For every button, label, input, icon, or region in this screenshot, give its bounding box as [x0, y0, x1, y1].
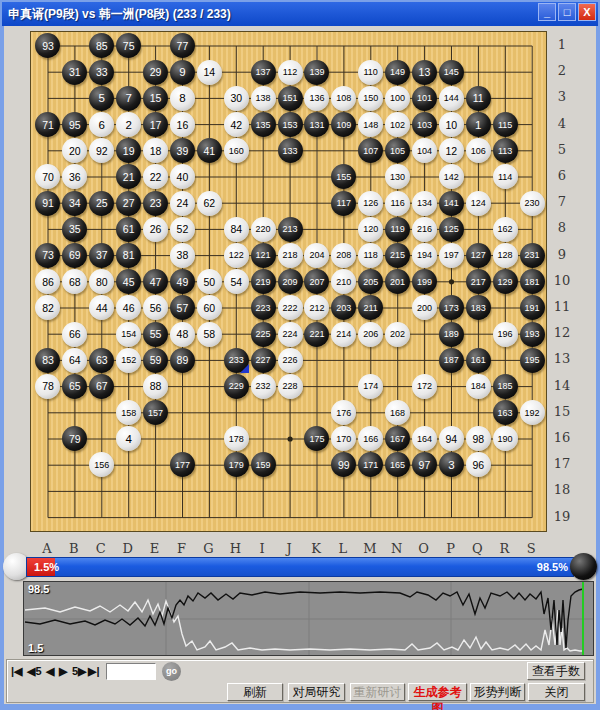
- stone-195[interactable]: 195: [520, 348, 545, 373]
- stone-161[interactable]: 161: [466, 348, 491, 373]
- stone-79[interactable]: 79: [62, 426, 87, 451]
- stone-175[interactable]: 175: [304, 426, 329, 451]
- stone-37[interactable]: 37: [89, 243, 114, 268]
- stone-170[interactable]: 170: [331, 426, 356, 451]
- stone-131[interactable]: 131: [304, 112, 329, 137]
- stone-124[interactable]: 124: [466, 191, 491, 216]
- stone-229[interactable]: 229: [224, 374, 249, 399]
- stone-2[interactable]: 2: [116, 112, 141, 137]
- stone-18[interactable]: 18: [143, 138, 168, 163]
- stone-9[interactable]: 9: [170, 60, 195, 85]
- stone-122[interactable]: 122: [224, 243, 249, 268]
- position-judgment-button[interactable]: 形势判断: [470, 683, 525, 701]
- stone-202[interactable]: 202: [385, 322, 410, 347]
- stone-171[interactable]: 171: [358, 452, 383, 477]
- stone-66[interactable]: 66: [62, 322, 87, 347]
- col-label-B: B: [64, 541, 84, 556]
- stone-228[interactable]: 228: [278, 374, 303, 399]
- stone-230[interactable]: 230: [520, 191, 545, 216]
- stone-106[interactable]: 106: [466, 138, 491, 163]
- stone-120[interactable]: 120: [358, 217, 383, 242]
- stone-190[interactable]: 190: [493, 426, 518, 451]
- graph-min-label: 1.5: [28, 642, 43, 654]
- winrate-graph-plot: [24, 582, 593, 655]
- stone-20[interactable]: 20: [62, 138, 87, 163]
- stone-185[interactable]: 185: [493, 374, 518, 399]
- col-label-Q: Q: [467, 541, 487, 556]
- stone-211[interactable]: 211: [358, 295, 383, 320]
- stone-17[interactable]: 17: [143, 112, 168, 137]
- stone-65[interactable]: 65: [62, 374, 87, 399]
- go-board[interactable]: 9385757731332991413711213911014913145571…: [30, 31, 547, 532]
- stone-174[interactable]: 174: [358, 374, 383, 399]
- stone-11[interactable]: 11: [466, 86, 491, 111]
- stone-232[interactable]: 232: [251, 374, 276, 399]
- stone-49[interactable]: 49: [170, 269, 195, 294]
- stone-105[interactable]: 105: [385, 138, 410, 163]
- graph-max-label: 98.5: [28, 583, 49, 595]
- col-label-D: D: [118, 541, 138, 556]
- stone-118[interactable]: 118: [358, 243, 383, 268]
- stone-26[interactable]: 26: [143, 217, 168, 242]
- stone-200[interactable]: 200: [412, 295, 437, 320]
- stone-219[interactable]: 219: [251, 269, 276, 294]
- row-label-17: 17: [550, 456, 574, 471]
- stone-57[interactable]: 57: [170, 295, 195, 320]
- stone-62[interactable]: 62: [197, 191, 222, 216]
- col-label-P: P: [441, 541, 461, 556]
- stone-201[interactable]: 201: [385, 269, 410, 294]
- stone-177[interactable]: 177: [170, 452, 195, 477]
- stone-77[interactable]: 77: [170, 33, 195, 58]
- stone-224[interactable]: 224: [278, 322, 303, 347]
- stone-163[interactable]: 163: [493, 400, 518, 425]
- stone-178[interactable]: 178: [224, 426, 249, 451]
- stone-133[interactable]: 133: [278, 138, 303, 163]
- stone-121[interactable]: 121: [251, 243, 276, 268]
- stone-189[interactable]: 189: [439, 322, 464, 347]
- row-label-8: 8: [550, 220, 574, 235]
- black-player-stone-icon: [570, 553, 597, 580]
- stone-214[interactable]: 214: [331, 322, 356, 347]
- game-research-button[interactable]: 对局研究: [288, 683, 345, 701]
- stone-166[interactable]: 166: [358, 426, 383, 451]
- stone-101[interactable]: 101: [412, 86, 437, 111]
- stone-192[interactable]: 192: [520, 400, 545, 425]
- winrate-graph[interactable]: 98.5 1.5: [23, 581, 594, 656]
- row-label-18: 18: [550, 482, 574, 497]
- stone-138[interactable]: 138: [251, 86, 276, 111]
- stone-151[interactable]: 151: [278, 86, 303, 111]
- row-label-7: 7: [550, 194, 574, 209]
- row-label-10: 10: [550, 273, 574, 288]
- stone-22[interactable]: 22: [143, 164, 168, 189]
- stone-227[interactable]: 227: [251, 348, 276, 373]
- stone-217[interactable]: 217: [466, 269, 491, 294]
- stone-154[interactable]: 154: [116, 322, 141, 347]
- row-label-5: 5: [550, 142, 574, 157]
- title-bar[interactable]: 申真谞(P9段) vs 韩一洲(P8段) (233 / 233): [2, 2, 598, 26]
- stone-5[interactable]: 5: [89, 86, 114, 111]
- stone-46[interactable]: 46: [116, 295, 141, 320]
- stone-36[interactable]: 36: [62, 164, 87, 189]
- stone-205[interactable]: 205: [358, 269, 383, 294]
- stone-168[interactable]: 168: [385, 400, 410, 425]
- minimize-button[interactable]: _: [538, 3, 556, 21]
- row-label-19: 19: [550, 509, 574, 524]
- stone-142[interactable]: 142: [439, 164, 464, 189]
- nav-first-button[interactable]: |◀: [11, 665, 23, 678]
- stone-1[interactable]: 1: [466, 112, 491, 137]
- stone-80[interactable]: 80: [89, 269, 114, 294]
- stone-212[interactable]: 212: [304, 295, 329, 320]
- stone-86[interactable]: 86: [35, 269, 60, 294]
- stone-220[interactable]: 220: [251, 217, 276, 242]
- stone-119[interactable]: 119: [385, 217, 410, 242]
- stone-125[interactable]: 125: [439, 217, 464, 242]
- stone-48[interactable]: 48: [170, 322, 195, 347]
- row-label-1: 1: [550, 37, 574, 52]
- maximize-button[interactable]: □: [558, 3, 576, 21]
- stone-4[interactable]: 4: [116, 426, 141, 451]
- stone-55[interactable]: 55: [143, 322, 168, 347]
- stone-60[interactable]: 60: [197, 295, 222, 320]
- stone-50[interactable]: 50: [197, 269, 222, 294]
- stone-44[interactable]: 44: [89, 295, 114, 320]
- close-button[interactable]: X: [578, 3, 596, 21]
- stone-84[interactable]: 84: [224, 217, 249, 242]
- stone-137[interactable]: 137: [251, 60, 276, 85]
- winrate-bar: 1.5% 98.5%: [26, 557, 574, 577]
- stone-108[interactable]: 108: [331, 86, 356, 111]
- stone-223[interactable]: 223: [251, 295, 276, 320]
- stone-221[interactable]: 221: [304, 322, 329, 347]
- stone-196[interactable]: 196: [493, 322, 518, 347]
- refresh-button[interactable]: 刷新: [227, 683, 283, 701]
- stone-173[interactable]: 173: [439, 295, 464, 320]
- stone-160[interactable]: 160: [224, 138, 249, 163]
- row-label-11: 11: [550, 299, 574, 314]
- stone-7[interactable]: 7: [116, 86, 141, 111]
- stone-116[interactable]: 116: [385, 191, 410, 216]
- stone-113[interactable]: 113: [493, 138, 518, 163]
- stone-58[interactable]: 58: [197, 322, 222, 347]
- stone-176[interactable]: 176: [331, 400, 356, 425]
- stone-109[interactable]: 109: [331, 112, 356, 137]
- stone-41[interactable]: 41: [197, 138, 222, 163]
- stone-12[interactable]: 12: [439, 138, 464, 163]
- last-move-marker-icon: [240, 364, 249, 373]
- stone-159[interactable]: 159: [251, 452, 276, 477]
- stone-52[interactable]: 52: [170, 217, 195, 242]
- stone-199[interactable]: 199: [412, 269, 437, 294]
- stone-203[interactable]: 203: [331, 295, 356, 320]
- stone-141[interactable]: 141: [439, 191, 464, 216]
- col-label-I: I: [252, 541, 272, 556]
- stone-27[interactable]: 27: [116, 191, 141, 216]
- close-app-button[interactable]: 关闭: [528, 683, 585, 701]
- stone-19[interactable]: 19: [116, 138, 141, 163]
- stone-78[interactable]: 78: [35, 374, 60, 399]
- nav-forward5-button[interactable]: 5▶: [72, 665, 87, 678]
- stone-210[interactable]: 210: [331, 269, 356, 294]
- stone-29[interactable]: 29: [143, 60, 168, 85]
- stone-126[interactable]: 126: [358, 191, 383, 216]
- stone-213[interactable]: 213: [278, 217, 303, 242]
- stone-96[interactable]: 96: [466, 452, 491, 477]
- stone-181[interactable]: 181: [520, 269, 545, 294]
- stone-215[interactable]: 215: [385, 243, 410, 268]
- stone-39[interactable]: 39: [170, 138, 195, 163]
- row-label-3: 3: [550, 89, 574, 104]
- stone-145[interactable]: 145: [439, 60, 464, 85]
- stone-150[interactable]: 150: [358, 86, 383, 111]
- stone-165[interactable]: 165: [385, 452, 410, 477]
- stone-91[interactable]: 91: [35, 191, 60, 216]
- stone-81[interactable]: 81: [116, 243, 141, 268]
- nav-last-button[interactable]: ▶|: [88, 665, 100, 678]
- stone-115[interactable]: 115: [493, 112, 518, 137]
- stone-156[interactable]: 156: [89, 452, 114, 477]
- col-label-F: F: [172, 541, 192, 556]
- stone-38[interactable]: 38: [170, 243, 195, 268]
- stone-107[interactable]: 107: [358, 138, 383, 163]
- stone-226[interactable]: 226: [278, 348, 303, 373]
- stone-47[interactable]: 47: [143, 269, 168, 294]
- col-label-R: R: [494, 541, 514, 556]
- col-label-E: E: [145, 541, 165, 556]
- row-label-2: 2: [550, 63, 574, 78]
- stone-157[interactable]: 157: [143, 400, 168, 425]
- stone-148[interactable]: 148: [358, 112, 383, 137]
- stone-85[interactable]: 85: [89, 33, 114, 58]
- stone-92[interactable]: 92: [89, 138, 114, 163]
- stone-194[interactable]: 194: [412, 243, 437, 268]
- stone-155[interactable]: 155: [331, 164, 356, 189]
- black-winrate-label: 98.5%: [537, 561, 568, 573]
- col-label-A: A: [37, 541, 57, 556]
- stone-82[interactable]: 82: [35, 295, 60, 320]
- col-label-S: S: [521, 541, 541, 556]
- stone-209[interactable]: 209: [278, 269, 303, 294]
- go-button[interactable]: go: [162, 662, 181, 681]
- stone-100[interactable]: 100: [385, 86, 410, 111]
- white-winrate-label: 1.5%: [34, 561, 59, 573]
- row-label-16: 16: [550, 430, 574, 445]
- stone-94[interactable]: 94: [439, 426, 464, 451]
- stone-144[interactable]: 144: [439, 86, 464, 111]
- col-label-C: C: [91, 541, 111, 556]
- stone-117[interactable]: 117: [331, 191, 356, 216]
- row-label-14: 14: [550, 378, 574, 393]
- stone-231[interactable]: 231: [520, 243, 545, 268]
- stone-128[interactable]: 128: [493, 243, 518, 268]
- stone-16[interactable]: 16: [170, 112, 195, 137]
- stone-158[interactable]: 158: [116, 400, 141, 425]
- stone-225[interactable]: 225: [251, 322, 276, 347]
- stone-127[interactable]: 127: [466, 243, 491, 268]
- stone-135[interactable]: 135: [251, 112, 276, 137]
- stone-167[interactable]: 167: [385, 426, 410, 451]
- stone-172[interactable]: 172: [412, 374, 437, 399]
- stone-104[interactable]: 104: [412, 138, 437, 163]
- stone-45[interactable]: 45: [116, 269, 141, 294]
- stone-98[interactable]: 98: [466, 426, 491, 451]
- stone-95[interactable]: 95: [62, 112, 87, 137]
- nav-back5-button[interactable]: ◀5: [27, 665, 42, 678]
- stone-3[interactable]: 3: [439, 452, 464, 477]
- stone-8[interactable]: 8: [170, 86, 195, 111]
- stone-216[interactable]: 216: [412, 217, 437, 242]
- stone-208[interactable]: 208: [331, 243, 356, 268]
- stone-139[interactable]: 139: [304, 60, 329, 85]
- stone-197[interactable]: 197: [439, 243, 464, 268]
- row-label-12: 12: [550, 325, 574, 340]
- stone-13[interactable]: 13: [412, 60, 437, 85]
- stone-102[interactable]: 102: [385, 112, 410, 137]
- stone-184[interactable]: 184: [466, 374, 491, 399]
- stone-6[interactable]: 6: [89, 112, 114, 137]
- col-label-M: M: [360, 541, 380, 556]
- nav-forward-button[interactable]: ▶: [59, 665, 67, 678]
- stone-204[interactable]: 204: [304, 243, 329, 268]
- stone-149[interactable]: 149: [385, 60, 410, 85]
- stone-206[interactable]: 206: [358, 322, 383, 347]
- stone-71[interactable]: 71: [35, 112, 60, 137]
- stone-136[interactable]: 136: [304, 86, 329, 111]
- stone-31[interactable]: 31: [62, 60, 87, 85]
- stone-30[interactable]: 30: [224, 86, 249, 111]
- row-label-6: 6: [550, 168, 574, 183]
- nav-back-button[interactable]: ◀: [46, 665, 54, 678]
- stone-15[interactable]: 15: [143, 86, 168, 111]
- stone-42[interactable]: 42: [224, 112, 249, 137]
- stone-14[interactable]: 14: [197, 60, 222, 85]
- stone-222[interactable]: 222: [278, 295, 303, 320]
- stone-110[interactable]: 110: [358, 60, 383, 85]
- row-label-4: 4: [550, 116, 574, 131]
- col-label-N: N: [387, 541, 407, 556]
- stone-61[interactable]: 61: [116, 217, 141, 242]
- stone-10[interactable]: 10: [439, 112, 464, 137]
- stone-129[interactable]: 129: [493, 269, 518, 294]
- stone-21[interactable]: 21: [116, 164, 141, 189]
- stone-99[interactable]: 99: [331, 452, 356, 477]
- stone-191[interactable]: 191: [520, 295, 545, 320]
- stone-40[interactable]: 40: [170, 164, 195, 189]
- stone-69[interactable]: 69: [62, 243, 87, 268]
- re-review-button: 重新研讨: [350, 683, 405, 701]
- col-label-L: L: [333, 541, 353, 556]
- stone-33[interactable]: 33: [89, 60, 114, 85]
- stone-68[interactable]: 68: [62, 269, 87, 294]
- stone-67[interactable]: 67: [89, 374, 114, 399]
- view-moves-button[interactable]: 查看手数: [527, 662, 585, 680]
- stone-207[interactable]: 207: [304, 269, 329, 294]
- col-label-H: H: [225, 541, 245, 556]
- stone-218[interactable]: 218: [278, 243, 303, 268]
- stone-54[interactable]: 54: [224, 269, 249, 294]
- stone-183[interactable]: 183: [466, 295, 491, 320]
- stone-83[interactable]: 83: [35, 348, 60, 373]
- stone-114[interactable]: 114: [493, 164, 518, 189]
- stone-93[interactable]: 93: [35, 33, 60, 58]
- col-label-K: K: [306, 541, 326, 556]
- stone-24[interactable]: 24: [170, 191, 195, 216]
- stone-70[interactable]: 70: [35, 164, 60, 189]
- stone-187[interactable]: 187: [439, 348, 464, 373]
- stone-193[interactable]: 193: [520, 322, 545, 347]
- stone-179[interactable]: 179: [224, 452, 249, 477]
- col-label-G: G: [198, 541, 218, 556]
- row-label-13: 13: [550, 351, 574, 366]
- stone-97[interactable]: 97: [412, 452, 437, 477]
- stone-130[interactable]: 130: [385, 164, 410, 189]
- stone-25[interactable]: 25: [89, 191, 114, 216]
- stone-103[interactable]: 103: [412, 112, 437, 137]
- stone-56[interactable]: 56: [143, 295, 168, 320]
- generate-reference-button[interactable]: 生成参考图: [408, 683, 467, 701]
- app-window: 申真谞(P9段) vs 韩一洲(P8段) (233 / 233) _ □ X 9…: [0, 0, 600, 710]
- stone-164[interactable]: 164: [412, 426, 437, 451]
- stone-75[interactable]: 75: [116, 33, 141, 58]
- stone-59[interactable]: 59: [143, 348, 168, 373]
- col-label-J: J: [279, 541, 299, 556]
- stone-63[interactable]: 63: [89, 348, 114, 373]
- window-title: 申真谞(P9段) vs 韩一洲(P8段) (233 / 233): [2, 6, 231, 23]
- stone-112[interactable]: 112: [278, 60, 303, 85]
- stone-162[interactable]: 162: [493, 217, 518, 242]
- stone-88[interactable]: 88: [143, 374, 168, 399]
- stone-35[interactable]: 35: [62, 217, 87, 242]
- row-label-15: 15: [550, 404, 574, 419]
- col-label-O: O: [414, 541, 434, 556]
- stone-89[interactable]: 89: [170, 348, 195, 373]
- stones-grid: 9385757731332991413711213911014913145571…: [35, 33, 546, 531]
- stone-73[interactable]: 73: [35, 243, 60, 268]
- row-label-9: 9: [550, 247, 574, 262]
- stone-153[interactable]: 153: [278, 112, 303, 137]
- stone-152[interactable]: 152: [116, 348, 141, 373]
- stone-134[interactable]: 134: [412, 191, 437, 216]
- move-number-input[interactable]: [106, 663, 156, 680]
- stone-23[interactable]: 23: [143, 191, 168, 216]
- stone-64[interactable]: 64: [62, 348, 87, 373]
- stone-34[interactable]: 34: [62, 191, 87, 216]
